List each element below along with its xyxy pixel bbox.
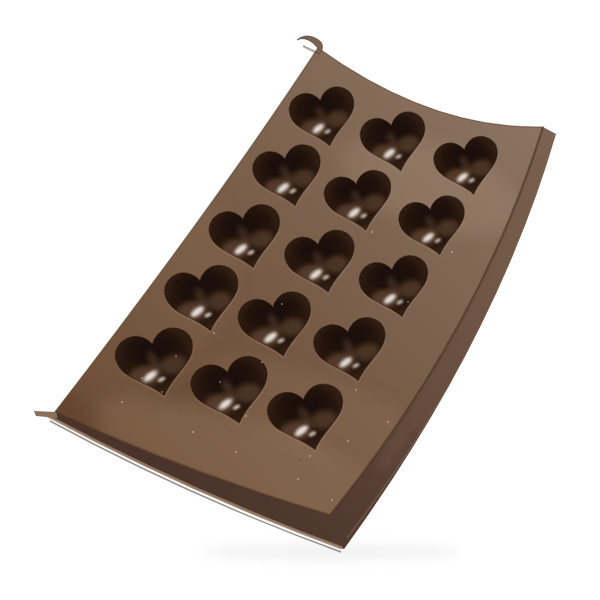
- rim-lip-tab: [34, 411, 58, 418]
- tray-shadow: [200, 543, 460, 561]
- product-photo: [0, 0, 600, 600]
- chocolate-mould-image: [0, 0, 600, 600]
